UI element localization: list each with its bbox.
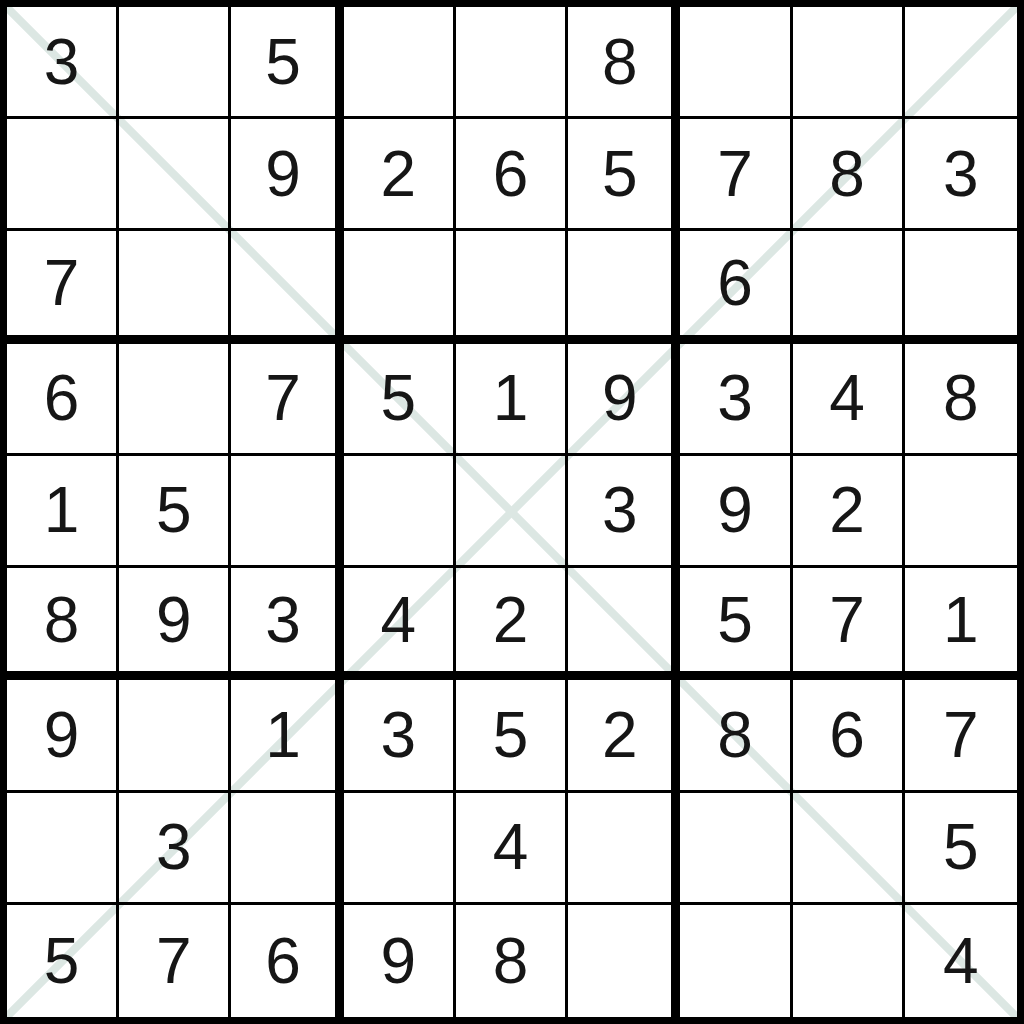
cell-r4c5[interactable]: 1 — [456, 344, 568, 456]
cell-r9c7[interactable] — [680, 905, 792, 1017]
cell-r4c2[interactable] — [119, 344, 231, 456]
cell-r1c5[interactable] — [456, 7, 568, 119]
cell-r2c1[interactable] — [7, 119, 119, 231]
cell-r6c2[interactable]: 9 — [119, 568, 231, 680]
cell-r5c6[interactable]: 3 — [568, 456, 680, 568]
cell-r7c2[interactable] — [119, 680, 231, 792]
cell-r6c9[interactable]: 1 — [905, 568, 1017, 680]
cell-r1c3[interactable]: 5 — [231, 7, 343, 119]
cell-r6c1[interactable]: 8 — [7, 568, 119, 680]
cell-r5c9[interactable] — [905, 456, 1017, 568]
cell-r3c5[interactable] — [456, 231, 568, 343]
cell-r9c3[interactable]: 6 — [231, 905, 343, 1017]
cell-r5c2[interactable]: 5 — [119, 456, 231, 568]
cell-r1c9[interactable] — [905, 7, 1017, 119]
cell-r9c6[interactable] — [568, 905, 680, 1017]
cell-r1c1[interactable]: 3 — [7, 7, 119, 119]
cell-r5c3[interactable] — [231, 456, 343, 568]
cell-r2c3[interactable]: 9 — [231, 119, 343, 231]
cell-r4c1[interactable]: 6 — [7, 344, 119, 456]
cell-r4c4[interactable]: 5 — [344, 344, 456, 456]
cell-r8c4[interactable] — [344, 793, 456, 905]
cell-r9c9[interactable]: 4 — [905, 905, 1017, 1017]
cell-r8c5[interactable]: 4 — [456, 793, 568, 905]
cell-r6c8[interactable]: 7 — [793, 568, 905, 680]
cell-r7c9[interactable]: 7 — [905, 680, 1017, 792]
cell-r3c4[interactable] — [344, 231, 456, 343]
cell-r6c3[interactable]: 3 — [231, 568, 343, 680]
cell-r5c7[interactable]: 9 — [680, 456, 792, 568]
cell-r3c9[interactable] — [905, 231, 1017, 343]
cell-r9c8[interactable] — [793, 905, 905, 1017]
cell-r8c3[interactable] — [231, 793, 343, 905]
cell-r4c3[interactable]: 7 — [231, 344, 343, 456]
cell-r8c9[interactable]: 5 — [905, 793, 1017, 905]
cell-r2c6[interactable]: 5 — [568, 119, 680, 231]
cell-r7c5[interactable]: 5 — [456, 680, 568, 792]
cell-r1c4[interactable] — [344, 7, 456, 119]
cell-r1c7[interactable] — [680, 7, 792, 119]
cell-r4c7[interactable]: 3 — [680, 344, 792, 456]
cell-r1c2[interactable] — [119, 7, 231, 119]
cell-r3c3[interactable] — [231, 231, 343, 343]
cell-r7c3[interactable]: 1 — [231, 680, 343, 792]
cell-r4c9[interactable]: 8 — [905, 344, 1017, 456]
cell-r8c6[interactable] — [568, 793, 680, 905]
cell-r5c8[interactable]: 2 — [793, 456, 905, 568]
cell-r9c5[interactable]: 8 — [456, 905, 568, 1017]
cell-r5c1[interactable]: 1 — [7, 456, 119, 568]
cell-r2c5[interactable]: 6 — [456, 119, 568, 231]
cell-r3c8[interactable] — [793, 231, 905, 343]
cell-r7c1[interactable]: 9 — [7, 680, 119, 792]
cell-r6c4[interactable]: 4 — [344, 568, 456, 680]
cell-r8c7[interactable] — [680, 793, 792, 905]
cell-r8c8[interactable] — [793, 793, 905, 905]
cell-r6c5[interactable]: 2 — [456, 568, 568, 680]
sudoku-board: 3589265783766751934815392893425719135286… — [0, 0, 1024, 1024]
cell-r8c2[interactable]: 3 — [119, 793, 231, 905]
cell-r6c6[interactable] — [568, 568, 680, 680]
cell-r2c8[interactable]: 8 — [793, 119, 905, 231]
cell-r2c4[interactable]: 2 — [344, 119, 456, 231]
cell-r3c7[interactable]: 6 — [680, 231, 792, 343]
cell-r4c6[interactable]: 9 — [568, 344, 680, 456]
cell-r7c8[interactable]: 6 — [793, 680, 905, 792]
cell-r5c5[interactable] — [456, 456, 568, 568]
sudoku-grid: 3589265783766751934815392893425719135286… — [7, 7, 1017, 1017]
cell-r1c8[interactable] — [793, 7, 905, 119]
cell-r9c1[interactable]: 5 — [7, 905, 119, 1017]
cell-r3c1[interactable]: 7 — [7, 231, 119, 343]
cell-r7c6[interactable]: 2 — [568, 680, 680, 792]
cell-r2c7[interactable]: 7 — [680, 119, 792, 231]
cell-r8c1[interactable] — [7, 793, 119, 905]
cell-r7c4[interactable]: 3 — [344, 680, 456, 792]
cell-r9c2[interactable]: 7 — [119, 905, 231, 1017]
cell-r9c4[interactable]: 9 — [344, 905, 456, 1017]
cell-r1c6[interactable]: 8 — [568, 7, 680, 119]
cell-r2c2[interactable] — [119, 119, 231, 231]
cell-r4c8[interactable]: 4 — [793, 344, 905, 456]
cell-r5c4[interactable] — [344, 456, 456, 568]
cell-r6c7[interactable]: 5 — [680, 568, 792, 680]
cell-r2c9[interactable]: 3 — [905, 119, 1017, 231]
cell-r7c7[interactable]: 8 — [680, 680, 792, 792]
cell-r3c2[interactable] — [119, 231, 231, 343]
cell-r3c6[interactable] — [568, 231, 680, 343]
